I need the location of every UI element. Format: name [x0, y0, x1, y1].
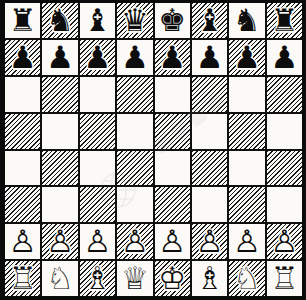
square-c8: ♝	[80, 3, 115, 38]
square-e2: ♟♙	[155, 224, 190, 259]
black-knight: ♞	[229, 3, 264, 38]
square-g1: ♞♘	[229, 261, 264, 296]
piece-glyph: ♙	[121, 226, 149, 257]
square-e5	[155, 114, 190, 149]
white-king: ♚♔	[155, 261, 190, 296]
white-pawn: ♟♙	[155, 224, 190, 259]
square-h3	[267, 187, 302, 222]
square-b3	[42, 187, 77, 222]
piece-glyph: ♕	[121, 263, 149, 294]
square-b6	[42, 77, 77, 112]
black-pawn: ♟	[5, 40, 40, 75]
white-bishop: ♝♗	[192, 261, 227, 296]
square-h6	[267, 77, 302, 112]
piece-glyph: ♟	[196, 42, 224, 73]
square-g8: ♞	[229, 3, 264, 38]
black-pawn: ♟	[80, 40, 115, 75]
square-g6	[229, 77, 264, 112]
vintage-chess-engraving: ♜♞♝♛♚♝♞♜♟♟♟♟♟♟♟♟♟♙♟♙♟♙♟♙♟♙♟♙♟♙♟♙♜♖♞♘♝♗♛♕…	[0, 0, 306, 300]
square-g2: ♟♙	[229, 224, 264, 259]
chessboard: ♜♞♝♛♚♝♞♜♟♟♟♟♟♟♟♟♟♙♟♙♟♙♟♙♟♙♟♙♟♙♟♙♜♖♞♘♝♗♛♕…	[0, 0, 306, 300]
square-c4	[80, 151, 115, 186]
piece-glyph: ♟	[270, 42, 298, 73]
piece-glyph: ♟	[121, 42, 149, 73]
square-e8: ♚	[155, 3, 190, 38]
square-h1: ♜♖	[267, 261, 302, 296]
square-h4	[267, 151, 302, 186]
square-d3	[117, 187, 152, 222]
square-b7: ♟	[42, 40, 77, 75]
piece-glyph: ♙	[9, 226, 37, 257]
piece-glyph: ♙	[270, 226, 298, 257]
square-c5	[80, 114, 115, 149]
black-pawn: ♟	[192, 40, 227, 75]
piece-glyph: ♗	[84, 263, 112, 294]
black-rook: ♜	[5, 3, 40, 38]
square-f8: ♝	[192, 3, 227, 38]
black-rook: ♜	[267, 3, 302, 38]
piece-glyph: ♜	[9, 5, 37, 36]
square-d7: ♟	[117, 40, 152, 75]
white-queen: ♛♕	[117, 261, 152, 296]
square-e7: ♟	[155, 40, 190, 75]
square-b5	[42, 114, 77, 149]
white-knight: ♞♘	[229, 261, 264, 296]
piece-glyph: ♔	[158, 263, 186, 294]
square-e4	[155, 151, 190, 186]
piece-glyph: ♟	[233, 42, 261, 73]
square-a1: ♜♖	[5, 261, 40, 296]
piece-glyph: ♘	[46, 263, 74, 294]
black-pawn: ♟	[42, 40, 77, 75]
white-rook: ♜♖	[5, 261, 40, 296]
square-f6	[192, 77, 227, 112]
square-d5	[117, 114, 152, 149]
white-pawn: ♟♙	[267, 224, 302, 259]
square-a6	[5, 77, 40, 112]
piece-glyph: ♙	[196, 226, 224, 257]
piece-glyph: ♝	[84, 5, 112, 36]
black-king: ♚	[155, 3, 190, 38]
square-c3	[80, 187, 115, 222]
square-e3	[155, 187, 190, 222]
square-h7: ♟	[267, 40, 302, 75]
square-f5	[192, 114, 227, 149]
piece-glyph: ♝	[196, 5, 224, 36]
piece-glyph: ♙	[84, 226, 112, 257]
white-pawn: ♟♙	[117, 224, 152, 259]
square-a8: ♜	[5, 3, 40, 38]
square-f3	[192, 187, 227, 222]
square-b8: ♞	[42, 3, 77, 38]
square-c2: ♟♙	[80, 224, 115, 259]
square-b1: ♞♘	[42, 261, 77, 296]
piece-glyph: ♟	[9, 42, 37, 73]
square-f2: ♟♙	[192, 224, 227, 259]
piece-glyph: ♙	[158, 226, 186, 257]
white-pawn: ♟♙	[229, 224, 264, 259]
black-bishop: ♝	[80, 3, 115, 38]
square-d2: ♟♙	[117, 224, 152, 259]
square-a3	[5, 187, 40, 222]
square-c6	[80, 77, 115, 112]
piece-glyph: ♖	[270, 263, 298, 294]
square-b2: ♟♙	[42, 224, 77, 259]
piece-glyph: ♞	[233, 5, 261, 36]
square-a4	[5, 151, 40, 186]
black-knight: ♞	[42, 3, 77, 38]
black-queen: ♛	[117, 3, 152, 38]
piece-glyph: ♛	[121, 5, 149, 36]
square-f4	[192, 151, 227, 186]
piece-glyph: ♘	[233, 263, 261, 294]
square-d8: ♛	[117, 3, 152, 38]
square-a5	[5, 114, 40, 149]
piece-glyph: ♟	[46, 42, 74, 73]
piece-glyph: ♖	[9, 263, 37, 294]
square-d4	[117, 151, 152, 186]
piece-glyph: ♗	[196, 263, 224, 294]
square-g7: ♟	[229, 40, 264, 75]
square-g4	[229, 151, 264, 186]
piece-glyph: ♙	[46, 226, 74, 257]
square-f1: ♝♗	[192, 261, 227, 296]
white-rook: ♜♖	[267, 261, 302, 296]
white-bishop: ♝♗	[80, 261, 115, 296]
square-a2: ♟♙	[5, 224, 40, 259]
black-pawn: ♟	[267, 40, 302, 75]
black-bishop: ♝	[192, 3, 227, 38]
square-g3	[229, 187, 264, 222]
black-pawn: ♟	[155, 40, 190, 75]
square-d6	[117, 77, 152, 112]
square-f7: ♟	[192, 40, 227, 75]
square-e6	[155, 77, 190, 112]
square-d1: ♛♕	[117, 261, 152, 296]
white-pawn: ♟♙	[5, 224, 40, 259]
square-g5	[229, 114, 264, 149]
white-knight: ♞♘	[42, 261, 77, 296]
square-a7: ♟	[5, 40, 40, 75]
piece-glyph: ♞	[46, 5, 74, 36]
square-h2: ♟♙	[267, 224, 302, 259]
square-c1: ♝♗	[80, 261, 115, 296]
white-pawn: ♟♙	[42, 224, 77, 259]
white-pawn: ♟♙	[80, 224, 115, 259]
piece-glyph: ♙	[233, 226, 261, 257]
black-pawn: ♟	[229, 40, 264, 75]
square-h5	[267, 114, 302, 149]
square-c7: ♟	[80, 40, 115, 75]
piece-glyph: ♟	[84, 42, 112, 73]
square-h8: ♜	[267, 3, 302, 38]
piece-glyph: ♟	[158, 42, 186, 73]
square-e1: ♚♔	[155, 261, 190, 296]
square-b4	[42, 151, 77, 186]
black-pawn: ♟	[117, 40, 152, 75]
piece-glyph: ♚	[158, 5, 186, 36]
piece-glyph: ♜	[270, 5, 298, 36]
white-pawn: ♟♙	[192, 224, 227, 259]
